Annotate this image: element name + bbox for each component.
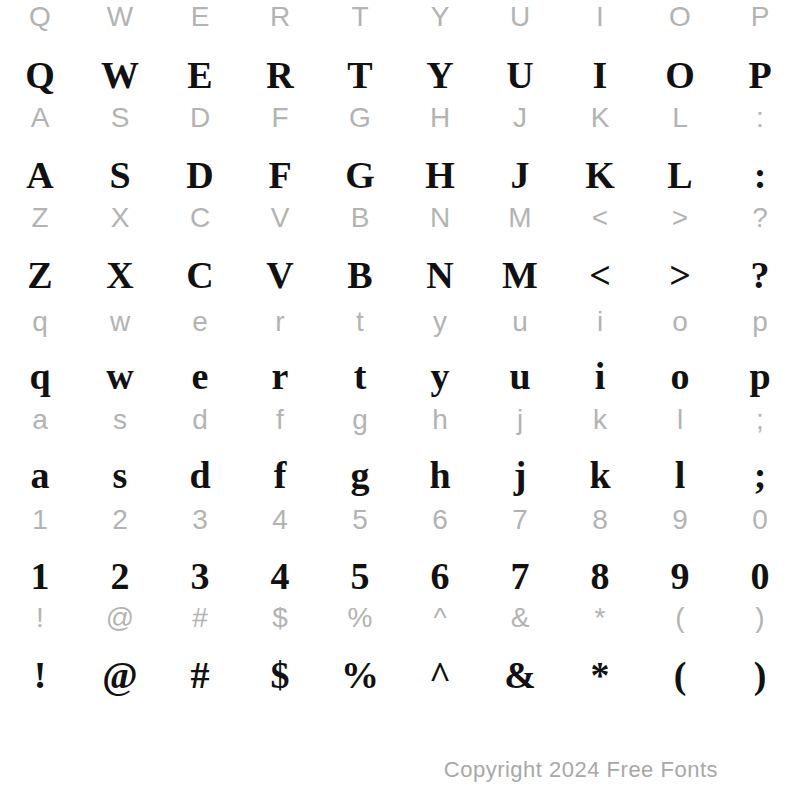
char-cell: T: [320, 0, 400, 39]
specimen-row-reference: QWERTYUIOP: [0, 0, 800, 39]
char-cell: 5: [320, 551, 400, 601]
char-cell: X: [80, 250, 160, 300]
specimen-row-reference: ASDFGHJKL:: [0, 96, 800, 140]
char-cell: ^: [400, 596, 480, 640]
char-cell: W: [80, 50, 160, 100]
specimen-row-preview: ASDFGHJKL:: [0, 150, 800, 200]
char-cell: 8: [560, 551, 640, 601]
font-specimen-sheet: QWERTYUIOPQWERTYUIOPASDFGHJKL:ASDFGHJKL:…: [0, 0, 800, 800]
char-cell: M: [480, 250, 560, 300]
char-cell: a: [0, 450, 80, 500]
char-cell: W: [80, 0, 160, 39]
char-cell: u: [480, 300, 560, 344]
char-cell: q: [0, 300, 80, 344]
char-cell: %: [320, 596, 400, 640]
char-cell: d: [160, 450, 240, 500]
char-cell: #: [160, 596, 240, 640]
char-cell: i: [560, 300, 640, 344]
char-cell: X: [80, 196, 160, 240]
char-cell: y: [400, 300, 480, 344]
char-cell: Y: [400, 0, 480, 39]
char-cell: S: [80, 96, 160, 140]
specimen-row-preview: QWERTYUIOP: [0, 50, 800, 100]
char-cell: S: [80, 150, 160, 200]
char-cell: !: [0, 650, 80, 700]
char-cell: F: [240, 150, 320, 200]
char-cell: p: [720, 300, 800, 344]
char-cell: p: [720, 351, 800, 401]
char-cell: K: [560, 96, 640, 140]
char-cell: G: [320, 150, 400, 200]
char-cell: ): [720, 596, 800, 640]
char-cell: Z: [0, 250, 80, 300]
char-cell: g: [320, 398, 400, 442]
char-cell: 0: [720, 498, 800, 542]
char-cell: ^: [400, 650, 480, 700]
char-cell: N: [400, 250, 480, 300]
char-cell: 0: [720, 551, 800, 601]
char-cell: N: [400, 196, 480, 240]
char-cell: h: [400, 398, 480, 442]
char-cell: (: [640, 650, 720, 700]
char-cell: M: [480, 196, 560, 240]
char-cell: s: [80, 450, 160, 500]
char-cell: C: [160, 250, 240, 300]
char-cell: Y: [400, 50, 480, 100]
char-cell: j: [480, 450, 560, 500]
char-cell: O: [640, 0, 720, 39]
char-cell: U: [480, 50, 560, 100]
char-cell: !: [0, 596, 80, 640]
specimen-row-preview: asdfghjkl;: [0, 450, 800, 500]
char-cell: E: [160, 50, 240, 100]
char-cell: ): [720, 650, 800, 700]
char-cell: P: [720, 50, 800, 100]
char-cell: i: [560, 351, 640, 401]
char-cell: U: [480, 0, 560, 39]
char-cell: H: [400, 150, 480, 200]
char-cell: k: [560, 450, 640, 500]
char-cell: t: [320, 351, 400, 401]
char-cell: 9: [640, 551, 720, 601]
char-cell: t: [320, 300, 400, 344]
char-cell: A: [0, 150, 80, 200]
char-cell: J: [480, 96, 560, 140]
char-cell: e: [160, 351, 240, 401]
char-cell: e: [160, 300, 240, 344]
char-cell: <: [560, 196, 640, 240]
char-cell: @: [80, 596, 160, 640]
char-cell: 4: [240, 551, 320, 601]
char-cell: h: [400, 450, 480, 500]
char-cell: %: [320, 650, 400, 700]
specimen-row-reference: asdfghjkl;: [0, 398, 800, 442]
char-cell: A: [0, 96, 80, 140]
char-cell: :: [720, 150, 800, 200]
char-cell: I: [560, 50, 640, 100]
char-cell: w: [80, 351, 160, 401]
char-cell: I: [560, 0, 640, 39]
char-cell: C: [160, 196, 240, 240]
specimen-row-reference: !@#$%^&*(): [0, 596, 800, 640]
char-cell: Q: [0, 0, 80, 39]
char-cell: ;: [720, 450, 800, 500]
copyright-watermark: Copyright 2024 Free Fonts: [444, 756, 718, 784]
char-cell: q: [0, 351, 80, 401]
char-cell: D: [160, 96, 240, 140]
char-cell: f: [240, 450, 320, 500]
char-cell: ?: [720, 196, 800, 240]
char-cell: 1: [0, 551, 80, 601]
char-cell: 2: [80, 551, 160, 601]
char-cell: >: [640, 196, 720, 240]
char-cell: B: [320, 196, 400, 240]
char-cell: @: [80, 650, 160, 700]
char-cell: o: [640, 351, 720, 401]
specimen-row-preview: qwertyuiop: [0, 351, 800, 401]
char-cell: 2: [80, 498, 160, 542]
char-cell: *: [560, 596, 640, 640]
char-cell: j: [480, 398, 560, 442]
char-cell: 4: [240, 498, 320, 542]
char-cell: 8: [560, 498, 640, 542]
char-cell: r: [240, 351, 320, 401]
char-cell: P: [720, 0, 800, 39]
char-cell: 7: [480, 551, 560, 601]
char-cell: l: [640, 450, 720, 500]
char-cell: E: [160, 0, 240, 39]
specimen-row-reference: qwertyuiop: [0, 300, 800, 344]
char-cell: 1: [0, 498, 80, 542]
char-cell: &: [480, 650, 560, 700]
char-cell: H: [400, 96, 480, 140]
char-cell: #: [160, 650, 240, 700]
char-cell: s: [80, 398, 160, 442]
char-cell: L: [640, 96, 720, 140]
char-cell: a: [0, 398, 80, 442]
char-cell: $: [240, 650, 320, 700]
char-cell: L: [640, 150, 720, 200]
char-cell: g: [320, 450, 400, 500]
char-cell: D: [160, 150, 240, 200]
char-cell: k: [560, 398, 640, 442]
char-cell: y: [400, 351, 480, 401]
char-cell: u: [480, 351, 560, 401]
char-cell: 6: [400, 551, 480, 601]
char-cell: 3: [160, 498, 240, 542]
char-cell: (: [640, 596, 720, 640]
char-cell: R: [240, 50, 320, 100]
char-cell: V: [240, 250, 320, 300]
char-cell: 6: [400, 498, 480, 542]
char-cell: ;: [720, 398, 800, 442]
specimen-row-preview: 1234567890: [0, 551, 800, 601]
char-cell: R: [240, 0, 320, 39]
char-cell: B: [320, 250, 400, 300]
char-cell: 3: [160, 551, 240, 601]
char-cell: o: [640, 300, 720, 344]
char-cell: *: [560, 650, 640, 700]
char-cell: &: [480, 596, 560, 640]
char-cell: l: [640, 398, 720, 442]
char-cell: K: [560, 150, 640, 200]
char-cell: >: [640, 250, 720, 300]
char-cell: w: [80, 300, 160, 344]
char-cell: 7: [480, 498, 560, 542]
char-cell: O: [640, 50, 720, 100]
char-cell: J: [480, 150, 560, 200]
specimen-row-reference: 1234567890: [0, 498, 800, 542]
char-cell: f: [240, 398, 320, 442]
char-cell: $: [240, 596, 320, 640]
char-cell: 9: [640, 498, 720, 542]
char-cell: G: [320, 96, 400, 140]
char-cell: <: [560, 250, 640, 300]
char-cell: V: [240, 196, 320, 240]
char-cell: T: [320, 50, 400, 100]
specimen-row-preview: ZXCVBNM<>?: [0, 250, 800, 300]
specimen-row-preview: !@#$%^&*(): [0, 650, 800, 700]
char-cell: ?: [720, 250, 800, 300]
char-cell: Q: [0, 50, 80, 100]
char-cell: r: [240, 300, 320, 344]
char-cell: :: [720, 96, 800, 140]
specimen-row-reference: ZXCVBNM<>?: [0, 196, 800, 240]
char-cell: 5: [320, 498, 400, 542]
char-cell: d: [160, 398, 240, 442]
char-cell: F: [240, 96, 320, 140]
char-cell: Z: [0, 196, 80, 240]
